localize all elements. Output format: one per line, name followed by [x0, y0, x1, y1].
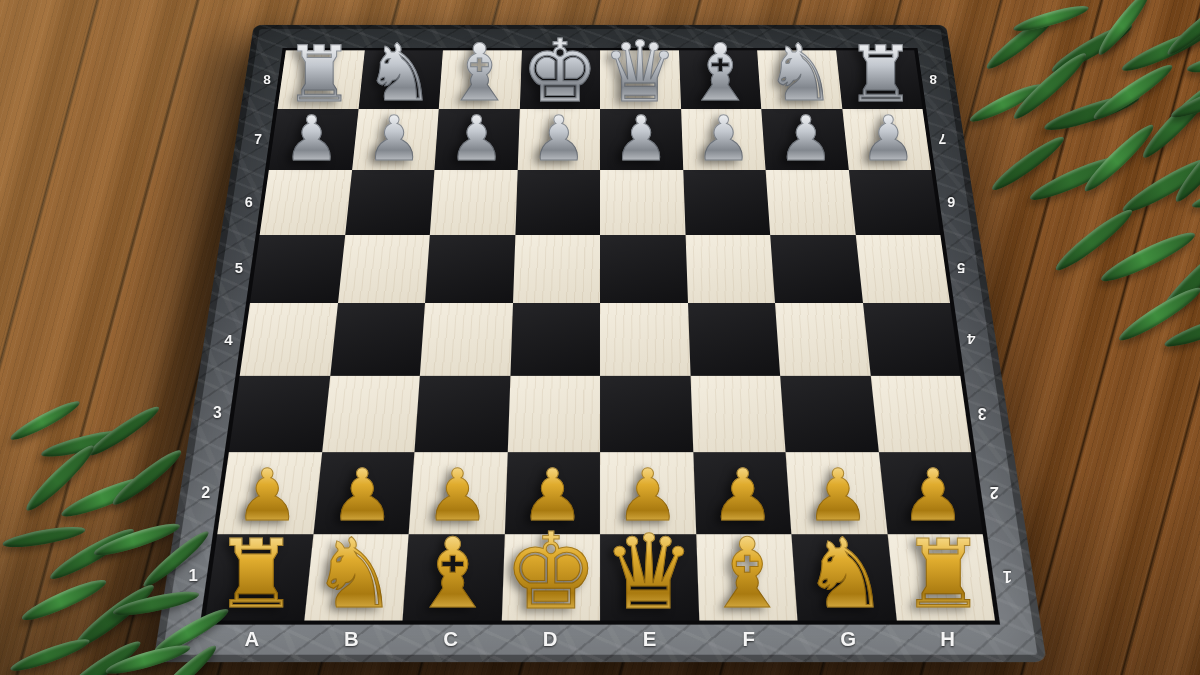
square-c3[interactable]	[414, 375, 510, 452]
square-b3[interactable]	[322, 375, 420, 452]
square-d3[interactable]	[507, 375, 600, 452]
square-f3[interactable]	[690, 375, 786, 452]
piece-silver-pawn-h7[interactable]: ♟	[860, 108, 916, 170]
square-h6[interactable]	[848, 170, 940, 235]
scene: ABCDEFGH8877665544332211 ♜♞♝♚♛♝♞♜♟♟♟♟♟♟♟…	[0, 0, 1200, 675]
square-e6[interactable]	[600, 170, 685, 235]
square-e3[interactable]	[600, 375, 693, 452]
piece-silver-rook-a8[interactable]: ♜	[285, 36, 354, 113]
square-b5[interactable]	[338, 235, 430, 303]
square-e4[interactable]	[600, 303, 690, 375]
square-a5[interactable]	[250, 235, 345, 303]
piece-silver-pawn-e7[interactable]: ♟	[613, 108, 669, 170]
piece-silver-pawn-a7[interactable]: ♟	[284, 108, 340, 170]
piece-gold-king-d1[interactable]: ♚	[504, 519, 598, 624]
square-d4[interactable]	[510, 303, 600, 375]
square-h4[interactable]	[863, 303, 961, 375]
piece-silver-knight-g8[interactable]: ♞	[765, 34, 836, 113]
square-c4[interactable]	[420, 303, 513, 375]
piece-silver-pawn-d7[interactable]: ♟	[531, 108, 587, 170]
piece-gold-rook-h1[interactable]: ♜	[901, 528, 985, 622]
piece-silver-bishop-f8[interactable]: ♝	[685, 34, 756, 113]
square-f5[interactable]	[685, 235, 775, 303]
square-g5[interactable]	[770, 235, 862, 303]
square-g4[interactable]	[775, 303, 870, 375]
square-d6[interactable]	[515, 170, 600, 235]
square-h3[interactable]	[870, 375, 971, 452]
square-a3[interactable]	[229, 375, 330, 452]
square-c5[interactable]	[425, 235, 515, 303]
piece-gold-bishop-f1[interactable]: ♝	[704, 526, 791, 623]
square-g6[interactable]	[766, 170, 856, 235]
piece-silver-pawn-g7[interactable]: ♟	[778, 108, 834, 170]
square-b6[interactable]	[345, 170, 435, 235]
piece-silver-pawn-f7[interactable]: ♟	[696, 108, 752, 170]
piece-gold-bishop-c1[interactable]: ♝	[410, 526, 497, 623]
square-a6[interactable]	[260, 170, 352, 235]
piece-gold-knight-g1[interactable]: ♞	[802, 526, 889, 623]
piece-gold-rook-a1[interactable]: ♜	[214, 528, 298, 622]
square-e5[interactable]	[600, 235, 688, 303]
square-h5[interactable]	[855, 235, 950, 303]
square-b4[interactable]	[330, 303, 425, 375]
piece-silver-rook-h8[interactable]: ♜	[846, 36, 915, 113]
piece-gold-knight-b1[interactable]: ♞	[311, 526, 398, 623]
piece-silver-pawn-c7[interactable]: ♟	[449, 108, 505, 170]
square-d5[interactable]	[513, 235, 601, 303]
square-f4[interactable]	[688, 303, 781, 375]
square-f6[interactable]	[683, 170, 770, 235]
piece-silver-bishop-c8[interactable]: ♝	[444, 34, 515, 113]
piece-gold-queen-e1[interactable]: ♛	[603, 521, 696, 624]
piece-silver-knight-b8[interactable]: ♞	[364, 34, 435, 113]
square-g3[interactable]	[780, 375, 878, 452]
square-c6[interactable]	[430, 170, 517, 235]
piece-silver-pawn-b7[interactable]: ♟	[366, 108, 422, 170]
square-a4[interactable]	[240, 303, 338, 375]
